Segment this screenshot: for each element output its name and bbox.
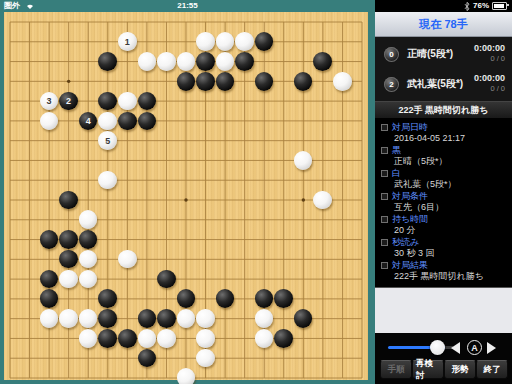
move-number-label: 1 [125, 37, 130, 47]
action-button-row: 手順再検討形勢終了 [375, 360, 512, 379]
info-label-row: 黒 [381, 145, 506, 156]
autoplay-button[interactable]: A [467, 340, 482, 355]
result-bar: 222手 黒時間切れ勝ち [375, 101, 512, 119]
white-stone [294, 151, 313, 170]
battery-percent: 76% [473, 0, 489, 12]
capture-stone-icon: 0 [384, 47, 399, 62]
prev-move-button[interactable] [451, 342, 460, 354]
white-stone [98, 112, 117, 131]
list-bullet-icon [381, 170, 388, 177]
info-value: 正晴（5段*） [381, 156, 506, 167]
black-stone [118, 112, 137, 131]
clock-time: 0:00:00 [474, 73, 505, 83]
info-value: 互先（6目） [381, 202, 506, 213]
info-label-row: 対局結果 [381, 260, 506, 271]
white-stone [98, 171, 117, 190]
black-stone [98, 52, 117, 71]
white-stone [216, 32, 235, 51]
black-stone [40, 289, 59, 308]
list-bullet-icon [381, 124, 388, 131]
info-value: 20 分 [381, 225, 506, 236]
white-stone [138, 329, 157, 348]
info-item: 対局日時2016-04-05 21:17 [381, 122, 506, 144]
black-stone [59, 230, 78, 249]
info-item: 黒正晴（5段*） [381, 145, 506, 167]
white-stone [196, 349, 215, 368]
white-stone [118, 92, 137, 111]
info-label-row: 白 [381, 168, 506, 179]
info-value: 222手 黒時間切れ勝ち [381, 271, 506, 282]
black-stone [98, 92, 117, 111]
empty-list-area [375, 287, 512, 333]
status-time: 21:55 [0, 0, 375, 12]
autoplay-label: A [471, 343, 478, 353]
player-name: 武礼葉(5段*) [407, 77, 463, 91]
info-value: 30 秒 3 回 [381, 248, 506, 259]
white-stone [216, 52, 235, 71]
capture-stone-icon: 2 [384, 77, 399, 92]
black-stone: 2 [59, 92, 78, 111]
info-label-row: 秒読み [381, 237, 506, 248]
white-stone [255, 329, 274, 348]
game-info-panel: 現在 78手 0正晴(5段*)0:00:000 / 02武礼葉(5段*)0:00… [375, 12, 512, 384]
move-counter-label: 現在 78手 [419, 17, 467, 32]
byoyomi-periods: 0 / 0 [474, 54, 505, 63]
player-list: 0正晴(5段*)0:00:000 / 02武礼葉(5段*)0:00:000 / … [375, 37, 512, 101]
info-item: 持ち時間20 分 [381, 214, 506, 236]
player-clock: 0:00:000 / 0 [474, 73, 505, 93]
white-stone [59, 309, 78, 328]
game-info-list: 対局日時2016-04-05 21:17黒正晴（5段*）白武礼葉（5段*）対局条… [375, 119, 512, 287]
next-move-button[interactable] [487, 342, 496, 354]
black-stone [274, 289, 293, 308]
stone-layer: 13245 [0, 12, 371, 384]
result-bar-label: 222手 黒時間切れ勝ち [399, 104, 489, 117]
app-screen: 圏外 21:55 76% 13245 現在 78手 0正晴(5段*)0:00:0… [0, 0, 512, 384]
white-stone [79, 250, 98, 269]
white-stone: 5 [98, 131, 117, 150]
button-終了[interactable]: 終了 [476, 360, 508, 379]
black-stone [255, 32, 274, 51]
bluetooth-icon [464, 2, 470, 11]
black-stone [98, 289, 117, 308]
move-number-label: 3 [47, 96, 52, 106]
black-stone [40, 270, 59, 289]
black-stone [177, 72, 196, 91]
black-stone [40, 230, 59, 249]
black-stone [138, 349, 157, 368]
list-bullet-icon [381, 147, 388, 154]
black-stone [138, 112, 157, 131]
black-stone [255, 289, 274, 308]
white-stone [79, 329, 98, 348]
player-clock: 0:00:000 / 0 [474, 43, 505, 63]
black-stone [294, 72, 313, 91]
white-stone [138, 52, 157, 71]
black-stone [274, 329, 293, 348]
black-stone [59, 191, 78, 210]
button-手順[interactable]: 手順 [380, 360, 412, 379]
button-形勢[interactable]: 形勢 [444, 360, 476, 379]
white-stone [177, 52, 196, 71]
player-row-1: 0正晴(5段*)0:00:000 / 0 [375, 39, 512, 69]
clock-time: 0:00:00 [474, 43, 505, 53]
playback-controls: A 手順再検討形勢終了 [375, 333, 512, 384]
white-stone [40, 112, 59, 131]
white-stone [196, 329, 215, 348]
black-stone [157, 270, 176, 289]
white-stone [79, 210, 98, 229]
black-stone [196, 52, 215, 71]
info-item: 秒読み30 秒 3 回 [381, 237, 506, 259]
go-board[interactable]: 13245 [0, 12, 375, 384]
list-bullet-icon [381, 262, 388, 269]
white-stone [196, 32, 215, 51]
white-stone [177, 368, 196, 384]
list-bullet-icon [381, 193, 388, 200]
white-stone [255, 309, 274, 328]
info-value: 2016-04-05 21:17 [381, 133, 506, 144]
info-item: 対局結果222手 黒時間切れ勝ち [381, 260, 506, 282]
white-stone [118, 250, 137, 269]
status-bar-left: 圏外 21:55 [0, 0, 375, 12]
black-stone [216, 289, 235, 308]
move-counter-header: 現在 78手 [375, 12, 512, 37]
white-stone [196, 309, 215, 328]
list-bullet-icon [381, 239, 388, 246]
move-number-label: 5 [105, 136, 110, 146]
white-stone: 3 [40, 92, 59, 111]
black-stone: 4 [79, 112, 98, 131]
white-stone: 1 [118, 32, 137, 51]
white-stone [40, 309, 59, 328]
info-label-row: 対局条件 [381, 191, 506, 202]
status-bar-right: 76% [375, 0, 512, 12]
white-stone [177, 309, 196, 328]
black-stone [138, 309, 157, 328]
capture-count: 2 [389, 80, 393, 89]
white-stone [79, 309, 98, 328]
white-stone [235, 32, 254, 51]
black-stone [118, 329, 137, 348]
black-stone [79, 230, 98, 249]
black-stone [216, 72, 235, 91]
player-row-2: 2武礼葉(5段*)0:00:000 / 0 [375, 69, 512, 99]
byoyomi-periods: 0 / 0 [474, 84, 505, 93]
player-name: 正晴(5段*) [407, 47, 453, 61]
black-stone [177, 289, 196, 308]
black-stone [235, 52, 254, 71]
white-stone [157, 329, 176, 348]
battery-icon [492, 2, 507, 10]
move-slider-knob[interactable] [430, 340, 445, 355]
info-item: 対局条件互先（6目） [381, 191, 506, 213]
black-stone [157, 309, 176, 328]
info-item: 白武礼葉（5段*） [381, 168, 506, 190]
black-stone [294, 309, 313, 328]
white-stone [157, 52, 176, 71]
black-stone [255, 72, 274, 91]
black-stone [59, 250, 78, 269]
info-label-row: 持ち時間 [381, 214, 506, 225]
white-stone [333, 72, 352, 91]
move-number-label: 4 [86, 116, 91, 126]
move-number-label: 2 [66, 96, 71, 106]
black-stone [138, 92, 157, 111]
info-label-row: 対局日時 [381, 122, 506, 133]
black-stone [98, 309, 117, 328]
capture-count: 0 [389, 50, 393, 59]
white-stone [59, 270, 78, 289]
info-value: 武礼葉（5段*） [381, 179, 506, 190]
black-stone [98, 329, 117, 348]
button-再検討[interactable]: 再検討 [412, 360, 444, 379]
black-stone [313, 52, 332, 71]
white-stone [313, 191, 332, 210]
white-stone [79, 270, 98, 289]
status-bar: 圏外 21:55 76% [0, 0, 512, 12]
black-stone [196, 72, 215, 91]
list-bullet-icon [381, 216, 388, 223]
